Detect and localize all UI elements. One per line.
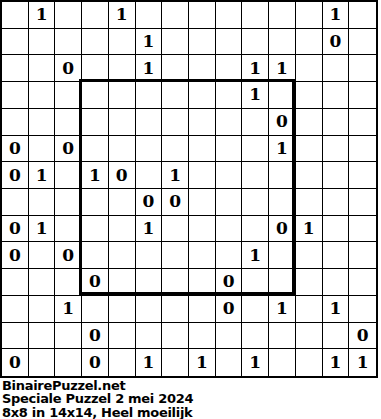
cell-r5c2-given-0[interactable]: 0	[55, 136, 82, 163]
cell-r1c3[interactable]	[82, 29, 109, 56]
cell-r11c7[interactable]	[189, 296, 216, 323]
cell-r6c13[interactable]	[349, 162, 376, 189]
cell-r2c2-given-0[interactable]: 0	[55, 55, 82, 82]
cell-r6c12[interactable]	[323, 162, 350, 189]
puzzle-info: 8x8 in 14x14, Heel moeilijk	[2, 406, 379, 419]
cell-r4c7[interactable]	[189, 109, 216, 136]
cell-r10c8-given-0[interactable]: 0	[216, 269, 243, 296]
cell-r4c0[interactable]	[2, 109, 29, 136]
cell-r12c8[interactable]	[216, 323, 243, 350]
cell-r13c13-given-1[interactable]: 1	[349, 349, 376, 376]
cell-r11c1[interactable]	[29, 296, 56, 323]
cell-r9c0-given-0[interactable]: 0	[2, 242, 29, 269]
cell-r6c10[interactable]	[269, 162, 296, 189]
cell-r12c2[interactable]	[55, 323, 82, 350]
cell-r2c11[interactable]	[296, 55, 323, 82]
cell-r5c13[interactable]	[349, 136, 376, 163]
cell-r0c12-given-1[interactable]: 1	[323, 2, 350, 29]
cell-r4c10-given-0[interactable]: 0	[269, 109, 296, 136]
cell-r5c5[interactable]	[136, 136, 163, 163]
cell-r7c5-given-0[interactable]: 0	[136, 189, 163, 216]
cell-r5c8[interactable]	[216, 136, 243, 163]
page: 1111001111000101101000110100100101100001…	[0, 0, 381, 419]
cell-r10c10[interactable]	[269, 269, 296, 296]
cell-r0c10[interactable]	[269, 2, 296, 29]
cell-r10c2[interactable]	[55, 269, 82, 296]
cell-r3c3[interactable]	[82, 82, 109, 109]
cell-r2c12[interactable]	[323, 55, 350, 82]
cell-r0c5[interactable]	[136, 2, 163, 29]
cell-r10c1[interactable]	[29, 269, 56, 296]
cell-r0c4-given-1[interactable]: 1	[109, 2, 136, 29]
cell-r13c12-given-1[interactable]: 1	[323, 349, 350, 376]
cell-r9c7[interactable]	[189, 242, 216, 269]
cell-r1c4[interactable]	[109, 29, 136, 56]
cell-r1c9[interactable]	[242, 29, 269, 56]
cell-r9c12[interactable]	[323, 242, 350, 269]
footer: BinairePuzzel.net Speciale Puzzel 2 mei …	[2, 379, 379, 419]
cell-r11c5[interactable]	[136, 296, 163, 323]
cell-r1c0[interactable]	[2, 29, 29, 56]
cell-r9c3[interactable]	[82, 242, 109, 269]
cell-r0c8[interactable]	[216, 2, 243, 29]
cell-r5c6[interactable]	[162, 136, 189, 163]
cell-r11c2-given-1[interactable]: 1	[55, 296, 82, 323]
cell-r1c10[interactable]	[269, 29, 296, 56]
cell-r4c11[interactable]	[296, 109, 323, 136]
cell-r4c4[interactable]	[109, 109, 136, 136]
cell-r11c4[interactable]	[109, 296, 136, 323]
cell-r1c8[interactable]	[216, 29, 243, 56]
cell-r12c1[interactable]	[29, 323, 56, 350]
cell-r5c4[interactable]	[109, 136, 136, 163]
cell-r0c2[interactable]	[55, 2, 82, 29]
cell-r8c9[interactable]	[242, 216, 269, 243]
cell-r4c12[interactable]	[323, 109, 350, 136]
cell-r13c3-given-0[interactable]: 0	[82, 349, 109, 376]
cell-r2c9-given-1[interactable]: 1	[242, 55, 269, 82]
cell-r7c10[interactable]	[269, 189, 296, 216]
cell-r9c5[interactable]	[136, 242, 163, 269]
cell-r10c9[interactable]	[242, 269, 269, 296]
cell-r12c7[interactable]	[189, 323, 216, 350]
cell-r7c13[interactable]	[349, 189, 376, 216]
cell-r2c3[interactable]	[82, 55, 109, 82]
cell-r3c4[interactable]	[109, 82, 136, 109]
cell-r12c3-given-0[interactable]: 0	[82, 323, 109, 350]
cell-r11c3[interactable]	[82, 296, 109, 323]
cell-r11c13[interactable]	[349, 296, 376, 323]
cell-r1c7[interactable]	[189, 29, 216, 56]
cell-r0c11[interactable]	[296, 2, 323, 29]
cell-r13c10[interactable]	[269, 349, 296, 376]
cell-r8c3[interactable]	[82, 216, 109, 243]
cell-r10c4[interactable]	[109, 269, 136, 296]
cell-r9c11[interactable]	[296, 242, 323, 269]
cell-r12c10[interactable]	[269, 323, 296, 350]
cell-r13c0-given-0[interactable]: 0	[2, 349, 29, 376]
cell-r12c6[interactable]	[162, 323, 189, 350]
cell-r10c6[interactable]	[162, 269, 189, 296]
cell-r3c1[interactable]	[29, 82, 56, 109]
cell-r6c6-given-1[interactable]: 1	[162, 162, 189, 189]
cell-r9c10[interactable]	[269, 242, 296, 269]
cell-r11c9[interactable]	[242, 296, 269, 323]
cell-r4c5[interactable]	[136, 109, 163, 136]
cell-r4c9[interactable]	[242, 109, 269, 136]
cell-r4c2[interactable]	[55, 109, 82, 136]
cell-r8c12[interactable]	[323, 216, 350, 243]
cell-r11c8-given-0[interactable]: 0	[216, 296, 243, 323]
cell-r10c12[interactable]	[323, 269, 350, 296]
cell-r13c4[interactable]	[109, 349, 136, 376]
cell-r7c6-given-0[interactable]: 0	[162, 189, 189, 216]
cell-r6c1-given-1[interactable]: 1	[29, 162, 56, 189]
cell-r0c1-given-1[interactable]: 1	[29, 2, 56, 29]
cell-r6c11[interactable]	[296, 162, 323, 189]
cell-r8c13[interactable]	[349, 216, 376, 243]
cell-r7c9[interactable]	[242, 189, 269, 216]
puzzle-subtitle: Speciale Puzzel 2 mei 2024	[2, 392, 379, 405]
cell-r4c13[interactable]	[349, 109, 376, 136]
cell-r7c8[interactable]	[216, 189, 243, 216]
cell-r3c8[interactable]	[216, 82, 243, 109]
cell-r0c0[interactable]	[2, 2, 29, 29]
cell-r7c1[interactable]	[29, 189, 56, 216]
cell-r10c13[interactable]	[349, 269, 376, 296]
cell-r6c3-given-1[interactable]: 1	[82, 162, 109, 189]
cell-r2c10-given-1[interactable]: 1	[269, 55, 296, 82]
cell-r3c7[interactable]	[189, 82, 216, 109]
cell-r10c0[interactable]	[2, 269, 29, 296]
cell-r1c2[interactable]	[55, 29, 82, 56]
cell-r10c3-given-0[interactable]: 0	[82, 269, 109, 296]
cell-r0c9[interactable]	[242, 2, 269, 29]
site-name: BinairePuzzel.net	[2, 379, 379, 392]
cell-r11c0[interactable]	[2, 296, 29, 323]
cell-r5c10-given-1[interactable]: 1	[269, 136, 296, 163]
cell-r5c0-given-0[interactable]: 0	[2, 136, 29, 163]
cell-r7c12[interactable]	[323, 189, 350, 216]
cell-r4c6[interactable]	[162, 109, 189, 136]
cell-r11c10-given-1[interactable]: 1	[269, 296, 296, 323]
cell-r4c3[interactable]	[82, 109, 109, 136]
cell-r4c1[interactable]	[29, 109, 56, 136]
cell-r2c0[interactable]	[2, 55, 29, 82]
cell-r12c12[interactable]	[323, 323, 350, 350]
cell-r7c7[interactable]	[189, 189, 216, 216]
cell-r6c7[interactable]	[189, 162, 216, 189]
cell-r1c1[interactable]	[29, 29, 56, 56]
cell-r2c6[interactable]	[162, 55, 189, 82]
cell-r6c4-given-0[interactable]: 0	[109, 162, 136, 189]
cell-r3c9-given-1[interactable]: 1	[242, 82, 269, 109]
cell-r10c7[interactable]	[189, 269, 216, 296]
cell-r6c2[interactable]	[55, 162, 82, 189]
cell-r0c7[interactable]	[189, 2, 216, 29]
cell-r13c8[interactable]	[216, 349, 243, 376]
cell-r12c5[interactable]	[136, 323, 163, 350]
cell-r7c4[interactable]	[109, 189, 136, 216]
cell-r8c11-given-1[interactable]: 1	[296, 216, 323, 243]
cell-r8c1-given-1[interactable]: 1	[29, 216, 56, 243]
cell-r1c13[interactable]	[349, 29, 376, 56]
cell-r2c8[interactable]	[216, 55, 243, 82]
cell-r6c9[interactable]	[242, 162, 269, 189]
cell-r7c0[interactable]	[2, 189, 29, 216]
cell-r3c0[interactable]	[2, 82, 29, 109]
cell-r8c5-given-1[interactable]: 1	[136, 216, 163, 243]
cell-r3c13[interactable]	[349, 82, 376, 109]
cell-r3c12[interactable]	[323, 82, 350, 109]
cell-r11c12-given-1[interactable]: 1	[323, 296, 350, 323]
cell-r6c5[interactable]	[136, 162, 163, 189]
cell-r2c4[interactable]	[109, 55, 136, 82]
cell-r3c10[interactable]	[269, 82, 296, 109]
cell-r7c2[interactable]	[55, 189, 82, 216]
cell-r5c11[interactable]	[296, 136, 323, 163]
cell-r13c6[interactable]	[162, 349, 189, 376]
cell-r11c6[interactable]	[162, 296, 189, 323]
cell-r2c5-given-1[interactable]: 1	[136, 55, 163, 82]
cell-r12c9[interactable]	[242, 323, 269, 350]
cell-r10c5[interactable]	[136, 269, 163, 296]
cell-r8c10-given-0[interactable]: 0	[269, 216, 296, 243]
cell-r1c5-given-1[interactable]: 1	[136, 29, 163, 56]
cell-r9c1[interactable]	[29, 242, 56, 269]
cell-r3c5[interactable]	[136, 82, 163, 109]
cell-r13c11[interactable]	[296, 349, 323, 376]
cell-r8c8[interactable]	[216, 216, 243, 243]
cell-r9c9-given-1[interactable]: 1	[242, 242, 269, 269]
cell-r13c7-given-1[interactable]: 1	[189, 349, 216, 376]
cell-r12c0[interactable]	[2, 323, 29, 350]
cell-r10c11[interactable]	[296, 269, 323, 296]
cell-r13c1[interactable]	[29, 349, 56, 376]
cell-r13c2[interactable]	[55, 349, 82, 376]
cell-r1c11[interactable]	[296, 29, 323, 56]
cell-r9c8[interactable]	[216, 242, 243, 269]
cell-r11c11[interactable]	[296, 296, 323, 323]
cell-r0c13[interactable]	[349, 2, 376, 29]
cell-r2c13[interactable]	[349, 55, 376, 82]
cell-r7c11[interactable]	[296, 189, 323, 216]
cell-r5c9[interactable]	[242, 136, 269, 163]
cell-r4c8[interactable]	[216, 109, 243, 136]
cell-r5c3[interactable]	[82, 136, 109, 163]
cell-r9c4[interactable]	[109, 242, 136, 269]
cell-r3c2[interactable]	[55, 82, 82, 109]
binairo-board: 1111001111000101101000110100100101100001…	[0, 0, 378, 378]
cell-r2c7[interactable]	[189, 55, 216, 82]
cell-r0c6[interactable]	[162, 2, 189, 29]
cell-r5c7[interactable]	[189, 136, 216, 163]
cell-r8c4[interactable]	[109, 216, 136, 243]
cell-r8c7[interactable]	[189, 216, 216, 243]
cell-r9c6[interactable]	[162, 242, 189, 269]
cell-r13c9-given-1[interactable]: 1	[242, 349, 269, 376]
cell-r1c6[interactable]	[162, 29, 189, 56]
cell-r5c12[interactable]	[323, 136, 350, 163]
cell-r13c5-given-1[interactable]: 1	[136, 349, 163, 376]
cell-r12c11[interactable]	[296, 323, 323, 350]
cell-r6c8[interactable]	[216, 162, 243, 189]
cell-r12c4[interactable]	[109, 323, 136, 350]
cell-r3c6[interactable]	[162, 82, 189, 109]
cell-r8c0-given-0[interactable]: 0	[2, 216, 29, 243]
cell-r9c13[interactable]	[349, 242, 376, 269]
cell-r6c0-given-0[interactable]: 0	[2, 162, 29, 189]
cell-r1c12-given-0[interactable]: 0	[323, 29, 350, 56]
cell-r5c1[interactable]	[29, 136, 56, 163]
cell-r7c3[interactable]	[82, 189, 109, 216]
cell-r2c1[interactable]	[29, 55, 56, 82]
cell-r8c6[interactable]	[162, 216, 189, 243]
cell-r12c13-given-0[interactable]: 0	[349, 323, 376, 350]
cell-r3c11[interactable]	[296, 82, 323, 109]
cell-r8c2[interactable]	[55, 216, 82, 243]
cell-r0c3[interactable]	[82, 2, 109, 29]
cell-r9c2-given-0[interactable]: 0	[55, 242, 82, 269]
